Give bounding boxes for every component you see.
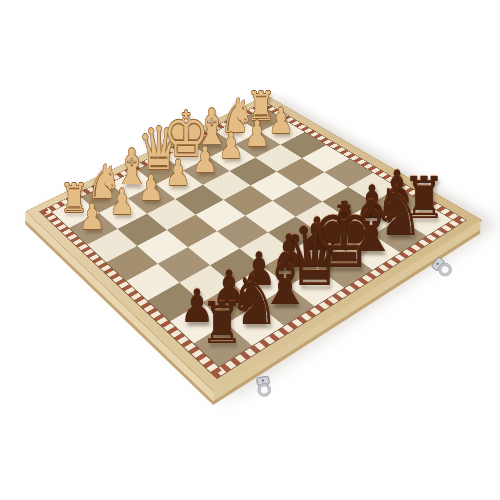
- piece-white-pawn-c2: ♟: [138, 170, 164, 205]
- piece-white-pawn-h2: ♟: [268, 103, 294, 138]
- scene: ♜♞♝♛♚♝♞♜♟♟♟♟♟♟♟♟♟♟♟♟♟♟♟♟♜♞♝♛♚♝♞♜: [0, 0, 500, 500]
- piece-white-pawn-a2: ♟: [79, 199, 105, 234]
- piece-white-pawn-f2: ♟: [218, 128, 244, 163]
- piece-white-pawn-d2: ♟: [165, 155, 191, 190]
- piece-white-pawn-b2: ♟: [109, 184, 135, 219]
- pieces-layer: ♜♞♝♛♚♝♞♜♟♟♟♟♟♟♟♟♟♟♟♟♟♟♟♟♜♞♝♛♚♝♞♜: [0, 0, 500, 500]
- piece-black-rook-h8: ♜: [403, 171, 445, 229]
- piece-white-pawn-g2: ♟: [244, 115, 270, 150]
- piece-white-pawn-e2: ♟: [192, 142, 218, 177]
